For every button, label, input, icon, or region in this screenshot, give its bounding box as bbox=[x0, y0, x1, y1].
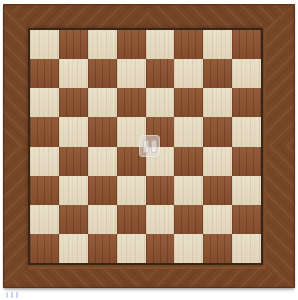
square-h4 bbox=[232, 147, 261, 176]
placeholder-bar-right bbox=[151, 140, 157, 153]
square-b1 bbox=[59, 234, 88, 263]
square-h5 bbox=[232, 117, 261, 146]
square-a1 bbox=[30, 234, 59, 263]
square-h1 bbox=[232, 234, 261, 263]
square-b7 bbox=[59, 59, 88, 88]
square-f4 bbox=[174, 147, 203, 176]
square-h2 bbox=[232, 205, 261, 234]
square-g7 bbox=[203, 59, 232, 88]
square-c1 bbox=[88, 234, 117, 263]
square-d1 bbox=[117, 234, 146, 263]
square-e8 bbox=[146, 30, 175, 59]
square-h6 bbox=[232, 88, 261, 117]
square-d8 bbox=[117, 30, 146, 59]
square-f7 bbox=[174, 59, 203, 88]
square-f1 bbox=[174, 234, 203, 263]
square-h8 bbox=[232, 30, 261, 59]
square-a5 bbox=[30, 117, 59, 146]
square-e6 bbox=[146, 88, 175, 117]
square-e7 bbox=[146, 59, 175, 88]
square-a7 bbox=[30, 59, 59, 88]
square-b8 bbox=[59, 30, 88, 59]
square-f6 bbox=[174, 88, 203, 117]
square-d3 bbox=[117, 176, 146, 205]
square-c6 bbox=[88, 88, 117, 117]
square-g2 bbox=[203, 205, 232, 234]
square-d7 bbox=[117, 59, 146, 88]
square-f5 bbox=[174, 117, 203, 146]
square-c4 bbox=[88, 147, 117, 176]
image-placeholder-icon bbox=[139, 135, 160, 157]
square-b4 bbox=[59, 147, 88, 176]
placeholder-bar-left bbox=[143, 140, 149, 153]
square-a8 bbox=[30, 30, 59, 59]
square-e3 bbox=[146, 176, 175, 205]
square-g4 bbox=[203, 147, 232, 176]
square-c3 bbox=[88, 176, 117, 205]
square-b6 bbox=[59, 88, 88, 117]
square-g8 bbox=[203, 30, 232, 59]
square-g1 bbox=[203, 234, 232, 263]
square-e2 bbox=[146, 205, 175, 234]
square-f2 bbox=[174, 205, 203, 234]
square-c7 bbox=[88, 59, 117, 88]
square-h7 bbox=[232, 59, 261, 88]
square-d6 bbox=[117, 88, 146, 117]
square-b2 bbox=[59, 205, 88, 234]
square-d2 bbox=[117, 205, 146, 234]
square-e1 bbox=[146, 234, 175, 263]
square-g6 bbox=[203, 88, 232, 117]
square-g5 bbox=[203, 117, 232, 146]
square-g3 bbox=[203, 176, 232, 205]
clipped-blue-artifact bbox=[6, 292, 19, 298]
square-c8 bbox=[88, 30, 117, 59]
square-c2 bbox=[88, 205, 117, 234]
square-a3 bbox=[30, 176, 59, 205]
square-f3 bbox=[174, 176, 203, 205]
square-c5 bbox=[88, 117, 117, 146]
square-b5 bbox=[59, 117, 88, 146]
square-h3 bbox=[232, 176, 261, 205]
square-f8 bbox=[174, 30, 203, 59]
square-b3 bbox=[59, 176, 88, 205]
square-a2 bbox=[30, 205, 59, 234]
square-a4 bbox=[30, 147, 59, 176]
square-a6 bbox=[30, 88, 59, 117]
